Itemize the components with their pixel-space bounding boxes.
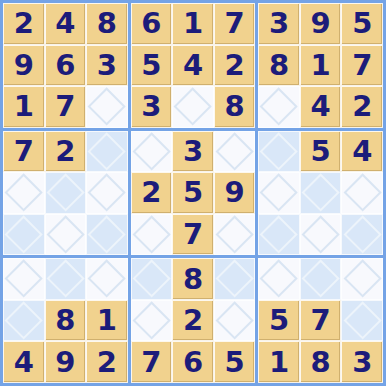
cell-r1c8[interactable]: 9 <box>300 3 342 45</box>
cell-r5c7[interactable] <box>258 172 300 214</box>
cell-r3c2[interactable]: 7 <box>45 86 87 128</box>
empty-cell-diamond-icon <box>132 260 171 299</box>
cell-r3c4[interactable]: 3 <box>131 86 173 128</box>
cell-r2c9[interactable]: 7 <box>341 45 383 87</box>
empty-cell-diamond-icon <box>4 174 43 213</box>
cell-r1c2[interactable]: 4 <box>45 3 87 45</box>
cell-r5c1[interactable] <box>3 172 45 214</box>
cell-r2c7[interactable]: 8 <box>258 45 300 87</box>
cell-r5c6[interactable]: 9 <box>214 172 256 214</box>
cell-r8c9[interactable] <box>341 300 383 342</box>
cell-r4c3[interactable] <box>86 131 128 173</box>
empty-cell-diamond-icon <box>88 132 127 171</box>
cell-r7c8[interactable] <box>300 258 342 300</box>
cell-r6c2[interactable] <box>45 214 87 256</box>
cell-r8c6[interactable] <box>214 300 256 342</box>
empty-cell-diamond-icon <box>260 174 299 213</box>
empty-cell-diamond-icon <box>260 132 299 171</box>
empty-cell-diamond-icon <box>343 301 382 340</box>
empty-cell-diamond-icon <box>343 174 382 213</box>
empty-cell-diamond-icon <box>46 174 85 213</box>
cell-r1c3[interactable]: 8 <box>86 3 128 45</box>
cell-r1c5[interactable]: 1 <box>172 3 214 45</box>
cell-r9c3[interactable]: 2 <box>86 341 128 383</box>
cell-r2c3[interactable]: 3 <box>86 45 128 87</box>
cell-r7c5[interactable]: 8 <box>172 258 214 300</box>
cell-r1c7[interactable]: 3 <box>258 3 300 45</box>
empty-cell-diamond-icon <box>46 215 85 254</box>
cell-r4c6[interactable] <box>214 131 256 173</box>
cell-r7c7[interactable] <box>258 258 300 300</box>
cell-r9c6[interactable]: 5 <box>214 341 256 383</box>
cell-r7c3[interactable] <box>86 258 128 300</box>
cell-r5c3[interactable] <box>86 172 128 214</box>
cell-r5c5[interactable]: 5 <box>172 172 214 214</box>
empty-cell-diamond-icon <box>88 260 127 299</box>
cell-r3c1[interactable]: 1 <box>3 86 45 128</box>
cell-r3c6[interactable]: 8 <box>214 86 256 128</box>
cell-r6c6[interactable] <box>214 214 256 256</box>
cell-r5c8[interactable] <box>300 172 342 214</box>
cell-r9c4[interactable]: 7 <box>131 341 173 383</box>
cell-r9c5[interactable]: 6 <box>172 341 214 383</box>
empty-cell-diamond-icon <box>215 215 254 254</box>
empty-cell-diamond-icon <box>301 260 340 299</box>
cell-r2c2[interactable]: 6 <box>45 45 87 87</box>
cell-r8c2[interactable]: 8 <box>45 300 87 342</box>
empty-cell-diamond-icon <box>301 215 340 254</box>
empty-cell-diamond-icon <box>215 260 254 299</box>
empty-cell-diamond-icon <box>4 301 43 340</box>
cell-r4c4[interactable] <box>131 131 173 173</box>
empty-cell-diamond-icon <box>260 88 299 127</box>
empty-cell-diamond-icon <box>260 215 299 254</box>
empty-cell-diamond-icon <box>46 260 85 299</box>
cell-r9c1[interactable]: 4 <box>3 341 45 383</box>
cell-r3c8[interactable]: 4 <box>300 86 342 128</box>
cell-r1c6[interactable]: 7 <box>214 3 256 45</box>
cell-r7c6[interactable] <box>214 258 256 300</box>
cell-r6c3[interactable] <box>86 214 128 256</box>
empty-cell-diamond-icon <box>215 301 254 340</box>
cell-r8c4[interactable] <box>131 300 173 342</box>
empty-cell-diamond-icon <box>132 301 171 340</box>
cell-r1c1[interactable]: 2 <box>3 3 45 45</box>
cell-r6c9[interactable] <box>341 214 383 256</box>
empty-cell-diamond-icon <box>301 174 340 213</box>
cell-r2c5[interactable]: 4 <box>172 45 214 87</box>
cell-r7c2[interactable] <box>45 258 87 300</box>
empty-cell-diamond-icon <box>343 215 382 254</box>
cell-r3c3[interactable] <box>86 86 128 128</box>
empty-cell-diamond-icon <box>88 88 127 127</box>
cell-r7c1[interactable] <box>3 258 45 300</box>
cell-r8c5[interactable]: 2 <box>172 300 214 342</box>
sudoku-board: 2486173959635428171738427235425978812574… <box>0 0 386 386</box>
cell-r2c4[interactable]: 5 <box>131 45 173 87</box>
cell-r6c1[interactable] <box>3 214 45 256</box>
empty-cell-diamond-icon <box>132 132 171 171</box>
empty-cell-diamond-icon <box>132 215 171 254</box>
cell-r8c7[interactable]: 5 <box>258 300 300 342</box>
cell-r4c1[interactable]: 7 <box>3 131 45 173</box>
cell-r9c8[interactable]: 8 <box>300 341 342 383</box>
cell-r6c5[interactable]: 7 <box>172 214 214 256</box>
cell-r2c8[interactable]: 1 <box>300 45 342 87</box>
empty-cell-diamond-icon <box>88 174 127 213</box>
empty-cell-diamond-icon <box>260 260 299 299</box>
cell-r7c9[interactable] <box>341 258 383 300</box>
cell-r5c9[interactable] <box>341 172 383 214</box>
cell-r2c1[interactable]: 9 <box>3 45 45 87</box>
empty-cell-diamond-icon <box>174 88 213 127</box>
cell-r1c9[interactable]: 5 <box>341 3 383 45</box>
cell-r9c9[interactable]: 3 <box>341 341 383 383</box>
cell-r5c4[interactable]: 2 <box>131 172 173 214</box>
cell-r4c7[interactable] <box>258 131 300 173</box>
cell-r9c2[interactable]: 9 <box>45 341 87 383</box>
cell-r1c4[interactable]: 6 <box>131 3 173 45</box>
cell-r4c2[interactable]: 2 <box>45 131 87 173</box>
cell-r4c9[interactable]: 4 <box>341 131 383 173</box>
empty-cell-diamond-icon <box>4 260 43 299</box>
cell-r5c2[interactable] <box>45 172 87 214</box>
cell-r8c3[interactable]: 1 <box>86 300 128 342</box>
cell-r3c9[interactable]: 2 <box>341 86 383 128</box>
cell-r7c4[interactable] <box>131 258 173 300</box>
cell-r8c8[interactable]: 7 <box>300 300 342 342</box>
cell-r4c8[interactable]: 5 <box>300 131 342 173</box>
cell-r8c1[interactable] <box>3 300 45 342</box>
cell-r9c7[interactable]: 1 <box>258 341 300 383</box>
empty-cell-diamond-icon <box>215 132 254 171</box>
cell-r6c4[interactable] <box>131 214 173 256</box>
cell-r4c5[interactable]: 3 <box>172 131 214 173</box>
empty-cell-diamond-icon <box>88 215 127 254</box>
cell-r3c7[interactable] <box>258 86 300 128</box>
empty-cell-diamond-icon <box>343 260 382 299</box>
cell-r6c7[interactable] <box>258 214 300 256</box>
empty-cell-diamond-icon <box>4 215 43 254</box>
cell-r3c5[interactable] <box>172 86 214 128</box>
cell-r6c8[interactable] <box>300 214 342 256</box>
cell-r2c6[interactable]: 2 <box>214 45 256 87</box>
